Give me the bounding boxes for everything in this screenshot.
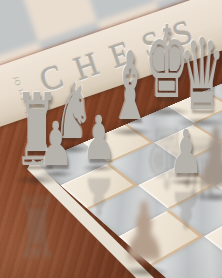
piece-pawn: ♟ [120,192,168,273]
piece-pawn: ♟ [39,114,73,175]
piece-pawn: ♟ [82,108,116,169]
photo-frame: The Art Of CHESS ♚♚♛♛♝♞♜♜♟♟♟♟♟♟♟ [0,0,222,278]
piece-reflection: ♟ [82,170,116,222]
piece-reflection: ♜ [15,182,60,267]
pieces-layer: ♚♚♛♛♝♞♜♜♟♟♟♟♟♟♟ [0,0,222,278]
piece-pawn: ♟ [194,116,222,198]
